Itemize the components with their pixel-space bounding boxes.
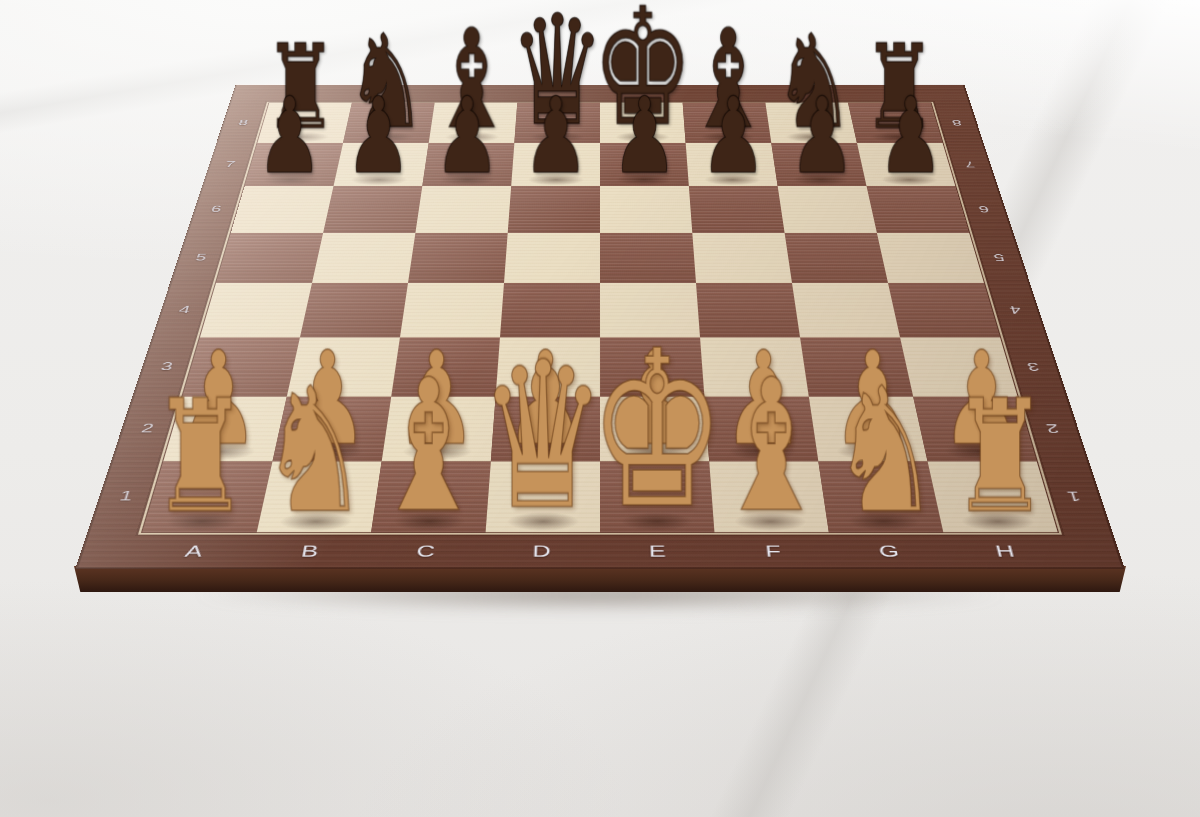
square-f6[interactable] xyxy=(689,186,785,233)
square-a6[interactable] xyxy=(231,186,334,233)
square-d5[interactable] xyxy=(504,233,600,283)
rank-label-6: 6 xyxy=(198,204,233,215)
file-label-c: C xyxy=(367,542,485,561)
square-e5[interactable] xyxy=(600,233,696,283)
square-b6[interactable] xyxy=(323,186,422,233)
square-e6[interactable] xyxy=(600,186,692,233)
board-grid: ♜♞♝♛♚♝♞♜♟♟♟♟♟♟♟♟♟♟♟♟♟♟♟♟♜♞♝♛♚♝♞♜ xyxy=(142,103,1057,532)
square-a5[interactable] xyxy=(216,233,323,283)
black-pawn-h7[interactable]: ♟ xyxy=(853,88,968,185)
square-g6[interactable] xyxy=(778,186,877,233)
board-surface: ♜♞♝♛♚♝♞♜♟♟♟♟♟♟♟♟♟♟♟♟♟♟♟♟♜♞♝♛♚♝♞♜ A B C D… xyxy=(75,85,1124,569)
file-label-a: A xyxy=(134,542,255,561)
square-b5[interactable] xyxy=(312,233,415,283)
rank-label-5: 5 xyxy=(981,252,1018,264)
file-label-g: G xyxy=(830,542,949,561)
white-bishop-f1[interactable]: ♝ xyxy=(698,362,846,530)
white-queen-d1[interactable]: ♛ xyxy=(469,343,617,530)
square-f5[interactable] xyxy=(692,233,792,283)
square-c6[interactable] xyxy=(415,186,511,233)
square-f1[interactable]: ♝ xyxy=(709,461,829,532)
board-side-edge xyxy=(74,566,1126,592)
square-h6[interactable] xyxy=(867,186,970,233)
file-label-h: H xyxy=(945,542,1066,561)
square-c5[interactable] xyxy=(408,233,508,283)
rank-label-5: 5 xyxy=(182,252,219,264)
square-g5[interactable] xyxy=(785,233,888,283)
square-d1[interactable]: ♛ xyxy=(486,461,600,532)
rank-label-4: 4 xyxy=(996,303,1035,315)
rank-label-4: 4 xyxy=(165,303,204,315)
file-label-f: F xyxy=(715,542,833,561)
file-label-b: B xyxy=(250,542,369,561)
photo-of-chess-set: { "game": "chess", "scene": { "descripti… xyxy=(0,0,1200,817)
rank-label-6: 6 xyxy=(966,204,1001,215)
file-labels: A B C D E F G H xyxy=(132,537,1067,566)
file-label-e: E xyxy=(600,542,717,561)
square-h5[interactable] xyxy=(877,233,984,283)
square-d6[interactable] xyxy=(508,186,600,233)
square-h7[interactable]: ♟ xyxy=(857,143,955,186)
file-label-d: D xyxy=(483,542,600,561)
